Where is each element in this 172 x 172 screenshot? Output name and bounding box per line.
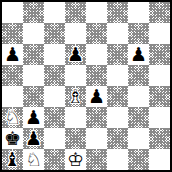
- black-pawn-glyph: ♟: [2, 44, 23, 65]
- square-d2[interactable]: [65, 128, 86, 149]
- piece-black-pawn: ♟♟: [2, 44, 23, 65]
- square-c5[interactable]: [44, 65, 65, 86]
- square-d3[interactable]: [65, 107, 86, 128]
- black-pawn-glyph: ♟: [128, 44, 149, 65]
- square-a2[interactable]: ♚♚: [2, 128, 23, 149]
- square-b8[interactable]: [23, 2, 44, 23]
- black-king-glyph: ♚: [2, 128, 23, 149]
- square-d1[interactable]: ♚♔: [65, 149, 86, 170]
- square-a1[interactable]: ♝♝: [2, 149, 23, 170]
- square-f8[interactable]: [107, 2, 128, 23]
- black-bishop-glyph: ♝: [2, 149, 23, 170]
- square-g4[interactable]: [128, 86, 149, 107]
- square-e8[interactable]: [86, 2, 107, 23]
- square-b7[interactable]: [23, 23, 44, 44]
- square-c6[interactable]: [44, 44, 65, 65]
- square-h1[interactable]: [149, 149, 170, 170]
- square-e3[interactable]: [86, 107, 107, 128]
- piece-black-pawn: ♟♟: [86, 86, 107, 107]
- square-g3[interactable]: [128, 107, 149, 128]
- white-knight-glyph: ♘: [2, 107, 23, 128]
- square-g8[interactable]: [128, 2, 149, 23]
- square-f4[interactable]: [107, 86, 128, 107]
- square-a3[interactable]: ♞♘: [2, 107, 23, 128]
- square-h8[interactable]: [149, 2, 170, 23]
- square-g5[interactable]: [128, 65, 149, 86]
- square-d4[interactable]: ♝♗: [65, 86, 86, 107]
- piece-black-pawn: ♟♟: [65, 44, 86, 65]
- square-h6[interactable]: [149, 44, 170, 65]
- square-b6[interactable]: [23, 44, 44, 65]
- square-d6[interactable]: ♟♟: [65, 44, 86, 65]
- square-f3[interactable]: [107, 107, 128, 128]
- square-a4[interactable]: [2, 86, 23, 107]
- square-a5[interactable]: [2, 65, 23, 86]
- square-c2[interactable]: [44, 128, 65, 149]
- piece-black-pawn: ♟♟: [23, 107, 44, 128]
- square-e2[interactable]: [86, 128, 107, 149]
- piece-black-king: ♚♚: [2, 128, 23, 149]
- white-knight-glyph: ♘: [23, 149, 44, 170]
- piece-white-knight: ♞♘: [2, 107, 23, 128]
- black-pawn-glyph: ♟: [23, 107, 44, 128]
- square-e5[interactable]: [86, 65, 107, 86]
- square-g7[interactable]: [128, 23, 149, 44]
- square-h4[interactable]: [149, 86, 170, 107]
- square-g6[interactable]: ♟♟: [128, 44, 149, 65]
- square-c7[interactable]: [44, 23, 65, 44]
- square-h5[interactable]: [149, 65, 170, 86]
- piece-black-bishop: ♝♝: [2, 149, 23, 170]
- square-f5[interactable]: [107, 65, 128, 86]
- square-h3[interactable]: [149, 107, 170, 128]
- square-a7[interactable]: [2, 23, 23, 44]
- square-e7[interactable]: [86, 23, 107, 44]
- piece-white-bishop: ♝♗: [65, 86, 86, 107]
- black-pawn-glyph: ♟: [65, 44, 86, 65]
- square-c3[interactable]: [44, 107, 65, 128]
- square-h7[interactable]: [149, 23, 170, 44]
- piece-black-pawn: ♟♟: [128, 44, 149, 65]
- square-e6[interactable]: [86, 44, 107, 65]
- square-b3[interactable]: ♟♟: [23, 107, 44, 128]
- black-pawn-glyph: ♟: [23, 128, 44, 149]
- piece-white-king: ♚♔: [65, 149, 86, 170]
- square-f7[interactable]: [107, 23, 128, 44]
- square-h2[interactable]: [149, 128, 170, 149]
- square-b5[interactable]: [23, 65, 44, 86]
- square-f2[interactable]: [107, 128, 128, 149]
- square-a8[interactable]: [2, 2, 23, 23]
- white-king-glyph: ♔: [65, 149, 86, 170]
- square-c8[interactable]: [44, 2, 65, 23]
- square-b4[interactable]: [23, 86, 44, 107]
- square-b1[interactable]: ♞♘: [23, 149, 44, 170]
- square-f1[interactable]: [107, 149, 128, 170]
- square-d8[interactable]: [65, 2, 86, 23]
- square-c4[interactable]: [44, 86, 65, 107]
- square-c1[interactable]: [44, 149, 65, 170]
- black-pawn-glyph: ♟: [86, 86, 107, 107]
- square-a6[interactable]: ♟♟: [2, 44, 23, 65]
- square-f6[interactable]: [107, 44, 128, 65]
- square-g2[interactable]: [128, 128, 149, 149]
- square-b2[interactable]: ♟♟: [23, 128, 44, 149]
- piece-white-knight: ♞♘: [23, 149, 44, 170]
- square-g1[interactable]: [128, 149, 149, 170]
- white-bishop-glyph: ♗: [65, 86, 86, 107]
- piece-black-pawn: ♟♟: [23, 128, 44, 149]
- square-d7[interactable]: [65, 23, 86, 44]
- square-e4[interactable]: ♟♟: [86, 86, 107, 107]
- chess-board: ♟♟♟♟♟♟♝♗♟♟♞♘♟♟♚♚♟♟♝♝♞♘♚♔: [0, 0, 172, 172]
- square-e1[interactable]: [86, 149, 107, 170]
- square-d5[interactable]: [65, 65, 86, 86]
